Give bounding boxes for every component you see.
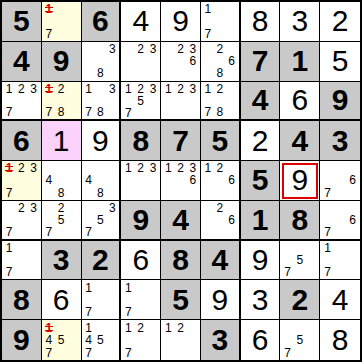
cell-r3c6[interactable]: 1278 <box>201 82 241 122</box>
candidate-2: 2 <box>215 83 224 95</box>
cell-r5c6[interactable]: 126 <box>201 161 241 201</box>
cell-r8c3[interactable]: 17 <box>82 280 122 320</box>
candidate-7: 7 <box>45 106 54 118</box>
candidate-7: 7 <box>45 347 54 359</box>
pencil-marks: 26 <box>202 202 238 238</box>
candidate-7: 7 <box>5 106 14 118</box>
cell-r3c4[interactable]: 12357 <box>121 82 161 122</box>
solved-digit: 6 <box>252 325 269 355</box>
cell-r8c8[interactable]: 2 <box>280 280 320 320</box>
candidate-3: 3 <box>188 43 197 55</box>
given-digit: 9 <box>332 85 349 115</box>
given-digit: 5 <box>13 6 30 36</box>
sudoku-board: 5176491783249382323626871512371278137812… <box>0 0 362 362</box>
pencil-marks: 1278 <box>43 83 80 119</box>
given-digit: 7 <box>172 126 189 156</box>
pencil-marks: 57 <box>281 242 318 279</box>
given-digit: 9 <box>53 46 70 76</box>
cell-r2c3[interactable]: 38 <box>82 42 122 82</box>
cell-r4c8[interactable]: 4 <box>280 121 320 161</box>
solved-digit: 8 <box>252 6 269 36</box>
solved-digit: 3 <box>291 6 308 36</box>
given-digit: 7 <box>252 46 269 76</box>
pencil-marks: 257 <box>43 202 80 238</box>
candidate-1: 1 <box>203 3 212 15</box>
given-digit: 3 <box>211 325 228 355</box>
cell-r2c5[interactable]: 236 <box>161 42 201 82</box>
candidate-3: 3 <box>188 83 197 95</box>
candidate-7: 7 <box>5 266 14 278</box>
candidate-3: 3 <box>29 202 38 214</box>
cell-r2c4[interactable]: 23 <box>121 42 161 82</box>
pencil-marks: 268 <box>202 43 238 80</box>
solved-digit: 6 <box>53 285 70 315</box>
pencil-marks: 17 <box>202 3 238 40</box>
given-digit: 4 <box>211 245 228 275</box>
candidate-8: 8 <box>96 67 105 79</box>
candidate-5: 5 <box>96 214 105 226</box>
cell-r7c1[interactable]: 17 <box>2 241 42 281</box>
cell-r3c5[interactable]: 123 <box>161 82 201 122</box>
cell-r4c3[interactable]: 9 <box>82 121 122 161</box>
candidate-1: 1 <box>164 83 173 95</box>
candidate-1: 1 <box>84 83 93 95</box>
cell-r9c6[interactable]: 3 <box>201 320 241 360</box>
cell-r5c3[interactable]: 48 <box>82 161 122 201</box>
candidate-5: 5 <box>295 254 304 266</box>
given-digit: 8 <box>291 205 308 235</box>
cell-r4c7[interactable]: 2 <box>241 121 281 161</box>
cell-r5c9[interactable]: 67 <box>320 161 360 201</box>
pencil-marks: 1237 <box>3 162 40 199</box>
pencil-marks: 1378 <box>83 83 119 119</box>
solved-digit: 2 <box>252 126 269 156</box>
candidate-1: 1 <box>164 322 173 334</box>
candidate-6: 6 <box>227 214 236 226</box>
candidate-3: 3 <box>149 83 158 95</box>
cell-r7c4[interactable]: 6 <box>121 241 161 281</box>
cell-r6c1[interactable]: 237 <box>2 201 42 241</box>
cell-r2c9[interactable]: 5 <box>320 42 360 82</box>
candidate-3: 3 <box>188 162 197 174</box>
pencil-marks: 237 <box>3 202 40 238</box>
solved-digit: 4 <box>332 285 349 315</box>
cell-r4c6[interactable]: 5 <box>201 121 241 161</box>
given-digit: 4 <box>13 46 30 76</box>
given-digit: 5 <box>211 126 228 156</box>
candidate-2: 2 <box>176 162 185 174</box>
candidate-3: 3 <box>108 43 117 55</box>
cell-r8c6[interactable]: 9 <box>201 280 241 320</box>
struck-candidate-1: 1 <box>5 162 14 174</box>
cell-r5c8-selected[interactable]: 9 <box>280 161 320 201</box>
pencil-marks: 1237 <box>3 83 40 119</box>
solved-digit: 4 <box>132 6 149 36</box>
candidate-7: 7 <box>45 226 54 238</box>
solved-digit: 6 <box>132 245 149 275</box>
candidate-6: 6 <box>348 174 357 186</box>
cell-r6c5[interactable]: 4 <box>161 201 201 241</box>
candidate-1: 1 <box>124 162 133 174</box>
cell-r7c7[interactable]: 9 <box>241 241 281 281</box>
candidate-6: 6 <box>188 55 197 67</box>
candidate-1: 1 <box>323 242 332 254</box>
pencil-marks: 48 <box>83 162 119 199</box>
cell-r5c5[interactable]: 1236 <box>161 161 201 201</box>
candidate-6: 6 <box>188 174 197 186</box>
cell-r6c4[interactable]: 9 <box>121 201 161 241</box>
candidate-7: 7 <box>5 187 14 199</box>
candidate-5: 5 <box>295 334 304 346</box>
cell-r4c5[interactable]: 7 <box>161 121 201 161</box>
pencil-marks: 1457 <box>43 321 80 359</box>
cell-r6c8[interactable]: 8 <box>280 201 320 241</box>
cell-r8c4[interactable]: 17 <box>121 280 161 320</box>
cell-r4c4[interactable]: 8 <box>121 121 161 161</box>
candidate-2: 2 <box>136 83 145 95</box>
cell-r6c9[interactable]: 67 <box>320 201 360 241</box>
pencil-marks: 12357 <box>122 83 159 119</box>
candidate-2: 2 <box>176 83 185 95</box>
candidate-7: 7 <box>84 106 93 118</box>
cell-r9c1[interactable]: 9 <box>2 320 42 360</box>
struck-candidate-1: 1 <box>45 3 54 15</box>
candidate-1: 1 <box>5 83 14 95</box>
candidate-2: 2 <box>215 162 224 174</box>
cell-r2c7[interactable]: 7 <box>241 42 281 82</box>
pencil-marks: 357 <box>83 202 119 238</box>
given-digit: 8 <box>172 245 189 275</box>
candidate-2: 2 <box>215 202 224 214</box>
candidate-1: 1 <box>203 83 212 95</box>
solved-digit: 9 <box>291 165 308 195</box>
candidate-8: 8 <box>57 106 66 118</box>
cell-r9c2[interactable]: 1457 <box>42 320 82 360</box>
cell-r3c9[interactable]: 9 <box>320 82 360 122</box>
pencil-marks: 17 <box>122 281 159 318</box>
given-digit: 5 <box>252 165 269 195</box>
cell-r7c5[interactable]: 8 <box>161 241 201 281</box>
pencil-marks: 1236 <box>162 162 199 199</box>
pencil-marks: 17 <box>3 242 40 279</box>
cell-r9c8[interactable]: 57 <box>280 320 320 360</box>
candidate-1: 1 <box>124 83 133 95</box>
given-digit: 6 <box>13 126 30 156</box>
pencil-marks: 1457 <box>83 321 119 359</box>
cell-r7c6[interactable]: 4 <box>201 241 241 281</box>
cell-r3c7[interactable]: 4 <box>241 82 281 122</box>
pencil-marks: 17 <box>83 281 119 318</box>
candidate-2: 2 <box>215 43 224 55</box>
candidate-8: 8 <box>96 187 105 199</box>
pencil-marks: 23 <box>122 43 159 80</box>
cell-r5c4[interactable]: 123 <box>121 161 161 201</box>
candidate-4: 4 <box>84 174 93 186</box>
cell-r5c7[interactable]: 5 <box>241 161 281 201</box>
pencil-marks: 126 <box>202 162 238 199</box>
candidate-7: 7 <box>84 306 93 318</box>
cell-r7c9[interactable]: 17 <box>320 241 360 281</box>
given-digit: 3 <box>332 126 349 156</box>
solved-digit: 9 <box>252 245 269 275</box>
candidate-7: 7 <box>323 226 332 238</box>
candidate-1: 1 <box>5 242 14 254</box>
cell-r2c8[interactable]: 1 <box>280 42 320 82</box>
cell-r9c4[interactable]: 127 <box>121 320 161 360</box>
cell-r5c1[interactable]: 1237 <box>2 161 42 201</box>
given-digit: 5 <box>172 285 189 315</box>
solved-digit: 9 <box>92 126 109 156</box>
given-digit: 3 <box>53 245 70 275</box>
candidate-5: 5 <box>57 334 66 346</box>
cell-r9c5[interactable]: 12 <box>161 320 201 360</box>
candidate-8: 8 <box>215 106 224 118</box>
candidate-3: 3 <box>108 202 117 214</box>
pencil-marks: 1278 <box>202 83 238 119</box>
solved-digit: 6 <box>291 85 308 115</box>
cell-r7c8[interactable]: 57 <box>280 241 320 281</box>
candidate-2: 2 <box>17 202 26 214</box>
cell-r9c3[interactable]: 1457 <box>82 320 122 360</box>
given-digit: 2 <box>92 245 109 275</box>
cell-r1c9[interactable]: 2 <box>320 2 360 42</box>
candidate-7: 7 <box>45 28 54 40</box>
candidate-2: 2 <box>136 322 145 334</box>
cell-r8c9[interactable]: 4 <box>320 280 360 320</box>
cell-r9c7[interactable]: 6 <box>241 320 281 360</box>
given-digit: 2 <box>291 285 308 315</box>
pencil-marks: 236 <box>162 43 199 80</box>
candidate-5: 5 <box>96 334 105 346</box>
pencil-marks: 123 <box>162 83 199 119</box>
pencil-marks: 123 <box>122 162 159 199</box>
cell-r1c4[interactable]: 4 <box>121 2 161 42</box>
cell-r4c9[interactable]: 3 <box>320 121 360 161</box>
pencil-marks: 38 <box>83 43 119 80</box>
cell-r1c7[interactable]: 8 <box>241 2 281 42</box>
cell-r6c2[interactable]: 257 <box>42 201 82 241</box>
cell-r2c6[interactable]: 268 <box>201 42 241 82</box>
candidate-7: 7 <box>323 266 332 278</box>
candidate-5: 5 <box>136 95 145 107</box>
candidate-4: 4 <box>45 174 54 186</box>
cell-r1c1[interactable]: 5 <box>2 2 42 42</box>
cell-r8c7[interactable]: 3 <box>241 280 281 320</box>
candidate-2: 2 <box>17 162 26 174</box>
cell-r7c2[interactable]: 3 <box>42 241 82 281</box>
candidate-1: 1 <box>124 282 133 294</box>
pencil-marks: 17 <box>321 242 359 279</box>
struck-candidate-1: 1 <box>45 322 54 334</box>
pencil-marks: 67 <box>321 202 359 238</box>
cell-r3c8[interactable]: 6 <box>280 82 320 122</box>
cell-r7c3[interactable]: 2 <box>82 241 122 281</box>
solved-digit: 8 <box>332 325 349 355</box>
candidate-1: 1 <box>203 162 212 174</box>
candidate-6: 6 <box>348 214 357 226</box>
candidate-2: 2 <box>176 43 185 55</box>
cell-r8c2[interactable]: 6 <box>42 280 82 320</box>
cell-r1c2[interactable]: 17 <box>42 2 82 42</box>
candidate-3: 3 <box>29 83 38 95</box>
solved-digit: 3 <box>252 285 269 315</box>
cell-r3c3[interactable]: 1378 <box>82 82 122 122</box>
candidate-2: 2 <box>136 162 145 174</box>
cell-r2c1[interactable]: 4 <box>2 42 42 82</box>
candidate-1: 1 <box>124 322 133 334</box>
candidate-2: 2 <box>176 322 185 334</box>
given-digit: 4 <box>252 85 269 115</box>
pencil-marks: 57 <box>281 321 318 359</box>
given-digit: 1 <box>291 46 308 76</box>
candidate-3: 3 <box>149 43 158 55</box>
candidate-7: 7 <box>203 106 212 118</box>
cell-r4c1[interactable]: 6 <box>2 121 42 161</box>
candidate-6: 6 <box>227 55 236 67</box>
cell-r2c2[interactable]: 9 <box>42 42 82 82</box>
cell-r3c1[interactable]: 1237 <box>2 82 42 122</box>
given-digit: 4 <box>172 205 189 235</box>
cell-r6c6[interactable]: 26 <box>201 201 241 241</box>
cell-r6c7[interactable]: 1 <box>241 201 281 241</box>
solved-digit: 9 <box>172 6 189 36</box>
given-digit: 8 <box>132 126 149 156</box>
candidate-5: 5 <box>57 214 66 226</box>
candidate-7: 7 <box>5 226 14 238</box>
pencil-marks: 48 <box>43 162 80 199</box>
solved-digit: 2 <box>332 6 349 36</box>
cell-r5c2[interactable]: 48 <box>42 161 82 201</box>
cell-r1c6[interactable]: 17 <box>201 2 241 42</box>
given-digit: 8 <box>13 285 30 315</box>
cell-r1c3[interactable]: 6 <box>82 2 122 42</box>
pencil-marks: 17 <box>43 3 80 40</box>
candidate-7: 7 <box>283 347 292 359</box>
candidate-1: 1 <box>84 282 93 294</box>
candidate-8: 8 <box>215 67 224 79</box>
cell-r8c1[interactable]: 8 <box>2 280 42 320</box>
candidate-3: 3 <box>108 83 117 95</box>
candidate-8: 8 <box>96 106 105 118</box>
candidate-6: 6 <box>227 174 236 186</box>
pencil-marks: 67 <box>321 162 359 199</box>
given-digit: 6 <box>92 6 109 36</box>
given-digit: 4 <box>291 126 308 156</box>
candidate-4: 4 <box>84 334 93 346</box>
candidate-1: 1 <box>84 322 93 334</box>
struck-candidate-1: 1 <box>45 83 54 95</box>
given-digit: 9 <box>13 325 30 355</box>
solved-digit: 9 <box>211 285 228 315</box>
given-digit: 1 <box>252 205 269 235</box>
cell-r9c9[interactable]: 8 <box>320 320 360 360</box>
candidate-7: 7 <box>124 306 133 318</box>
cell-r8c5[interactable]: 5 <box>161 280 201 320</box>
cell-r3c2[interactable]: 1278 <box>42 82 82 122</box>
pencil-marks: 127 <box>122 321 159 359</box>
cell-r4c2[interactable]: 1 <box>42 121 82 161</box>
candidate-2: 2 <box>136 43 145 55</box>
candidate-2: 2 <box>57 83 66 95</box>
candidate-4: 4 <box>45 334 54 346</box>
candidate-3: 3 <box>29 162 38 174</box>
candidate-3: 3 <box>149 162 158 174</box>
given-digit: 9 <box>132 205 149 235</box>
candidate-8: 8 <box>57 187 66 199</box>
candidate-7: 7 <box>203 28 212 40</box>
candidate-1: 1 <box>164 162 173 174</box>
candidate-7: 7 <box>283 266 292 278</box>
solved-digit: 5 <box>332 46 349 76</box>
candidate-7: 7 <box>323 187 332 199</box>
cell-r1c8[interactable]: 3 <box>280 2 320 42</box>
cell-r1c5[interactable]: 9 <box>161 2 201 42</box>
candidate-7: 7 <box>84 347 93 359</box>
solved-digit: 1 <box>53 126 70 156</box>
candidate-7: 7 <box>124 347 133 359</box>
candidate-2: 2 <box>17 83 26 95</box>
cell-r6c3[interactable]: 357 <box>82 201 122 241</box>
pencil-marks: 12 <box>162 321 199 359</box>
candidate-7: 7 <box>124 107 133 119</box>
candidate-7: 7 <box>84 226 93 238</box>
